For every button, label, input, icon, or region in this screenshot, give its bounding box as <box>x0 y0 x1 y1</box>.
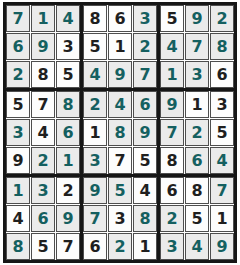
cell-r8c8[interactable]: 5 <box>185 205 209 232</box>
cell-r2c9[interactable]: 8 <box>210 33 234 60</box>
cell-r5c4[interactable]: 1 <box>83 119 107 146</box>
cell-r9c6[interactable]: 1 <box>133 233 157 260</box>
cell-r1c6[interactable]: 3 <box>133 5 157 32</box>
cell-r5c8[interactable]: 2 <box>185 119 209 146</box>
sudoku-box: 132469857 <box>6 177 80 260</box>
cell-r4c2[interactable]: 7 <box>31 91 55 118</box>
sudoku-box: 246189375 <box>83 91 157 174</box>
cell-r8c7[interactable]: 2 <box>160 205 184 232</box>
cell-r9c2[interactable]: 5 <box>31 233 55 260</box>
sudoku-box: 578346921 <box>6 91 80 174</box>
cell-r4c1[interactable]: 5 <box>6 91 30 118</box>
cell-r7c8[interactable]: 8 <box>185 177 209 204</box>
cell-r1c7[interactable]: 5 <box>160 5 184 32</box>
cell-r9c4[interactable]: 6 <box>83 233 107 260</box>
sudoku-box: 714693285 <box>6 5 80 88</box>
cell-r1c5[interactable]: 6 <box>108 5 132 32</box>
cell-r6c8[interactable]: 6 <box>185 147 209 174</box>
cell-r5c2[interactable]: 4 <box>31 119 55 146</box>
cell-r4c6[interactable]: 6 <box>133 91 157 118</box>
sudoku-box: 954738621 <box>83 177 157 260</box>
sudoku-board: 714693285 863512497 592478136 578346921 … <box>3 2 237 263</box>
cell-r7c5[interactable]: 5 <box>108 177 132 204</box>
cell-r7c1[interactable]: 1 <box>6 177 30 204</box>
sudoku-box: 913725864 <box>160 91 234 174</box>
cell-r8c2[interactable]: 6 <box>31 205 55 232</box>
sudoku-box: 687251349 <box>160 177 234 260</box>
cell-r4c3[interactable]: 8 <box>56 91 80 118</box>
sudoku-page: 714693285 863512497 592478136 578346921 … <box>0 0 240 265</box>
cell-r8c5[interactable]: 3 <box>108 205 132 232</box>
cell-r4c4[interactable]: 2 <box>83 91 107 118</box>
cell-r5c5[interactable]: 8 <box>108 119 132 146</box>
cell-r8c1[interactable]: 4 <box>6 205 30 232</box>
cell-r4c9[interactable]: 3 <box>210 91 234 118</box>
cell-r4c8[interactable]: 1 <box>185 91 209 118</box>
cell-r4c5[interactable]: 4 <box>108 91 132 118</box>
cell-r4c7[interactable]: 9 <box>160 91 184 118</box>
cell-r1c3[interactable]: 4 <box>56 5 80 32</box>
cell-r5c3[interactable]: 6 <box>56 119 80 146</box>
cell-r7c6[interactable]: 4 <box>133 177 157 204</box>
cell-r2c1[interactable]: 6 <box>6 33 30 60</box>
cell-r1c4[interactable]: 8 <box>83 5 107 32</box>
cell-r9c8[interactable]: 4 <box>185 233 209 260</box>
cell-r9c7[interactable]: 3 <box>160 233 184 260</box>
cell-r5c1[interactable]: 3 <box>6 119 30 146</box>
cell-r3c8[interactable]: 3 <box>185 61 209 88</box>
cell-r2c3[interactable]: 3 <box>56 33 80 60</box>
cell-r2c6[interactable]: 2 <box>133 33 157 60</box>
cell-r7c3[interactable]: 2 <box>56 177 80 204</box>
cell-r5c7[interactable]: 7 <box>160 119 184 146</box>
cell-r8c4[interactable]: 7 <box>83 205 107 232</box>
cell-r3c3[interactable]: 5 <box>56 61 80 88</box>
cell-r8c6[interactable]: 8 <box>133 205 157 232</box>
cell-r9c3[interactable]: 7 <box>56 233 80 260</box>
cell-r6c9[interactable]: 4 <box>210 147 234 174</box>
cell-r7c2[interactable]: 3 <box>31 177 55 204</box>
cell-r1c8[interactable]: 9 <box>185 5 209 32</box>
cell-r1c9[interactable]: 2 <box>210 5 234 32</box>
cell-r3c2[interactable]: 8 <box>31 61 55 88</box>
cell-r6c5[interactable]: 7 <box>108 147 132 174</box>
cell-r7c9[interactable]: 7 <box>210 177 234 204</box>
cell-r9c5[interactable]: 2 <box>108 233 132 260</box>
cell-r7c7[interactable]: 6 <box>160 177 184 204</box>
cell-r9c9[interactable]: 9 <box>210 233 234 260</box>
cell-r1c1[interactable]: 7 <box>6 5 30 32</box>
sudoku-box: 863512497 <box>83 5 157 88</box>
cell-r8c3[interactable]: 9 <box>56 205 80 232</box>
cell-r6c7[interactable]: 8 <box>160 147 184 174</box>
cell-r5c9[interactable]: 5 <box>210 119 234 146</box>
cell-r2c8[interactable]: 7 <box>185 33 209 60</box>
cell-r2c2[interactable]: 9 <box>31 33 55 60</box>
cell-r6c1[interactable]: 9 <box>6 147 30 174</box>
cell-r2c7[interactable]: 4 <box>160 33 184 60</box>
cell-r2c4[interactable]: 5 <box>83 33 107 60</box>
cell-r1c2[interactable]: 1 <box>31 5 55 32</box>
cell-r2c5[interactable]: 1 <box>108 33 132 60</box>
cell-r3c4[interactable]: 4 <box>83 61 107 88</box>
cell-r3c5[interactable]: 9 <box>108 61 132 88</box>
cell-r9c1[interactable]: 8 <box>6 233 30 260</box>
cell-r3c7[interactable]: 1 <box>160 61 184 88</box>
cell-r6c3[interactable]: 1 <box>56 147 80 174</box>
cell-r5c6[interactable]: 9 <box>133 119 157 146</box>
cell-r3c6[interactable]: 7 <box>133 61 157 88</box>
cell-r8c9[interactable]: 1 <box>210 205 234 232</box>
cell-r3c1[interactable]: 2 <box>6 61 30 88</box>
cell-r6c2[interactable]: 2 <box>31 147 55 174</box>
cell-r6c4[interactable]: 3 <box>83 147 107 174</box>
cell-r7c4[interactable]: 9 <box>83 177 107 204</box>
cell-r3c9[interactable]: 6 <box>210 61 234 88</box>
sudoku-box: 592478136 <box>160 5 234 88</box>
cell-r6c6[interactable]: 5 <box>133 147 157 174</box>
